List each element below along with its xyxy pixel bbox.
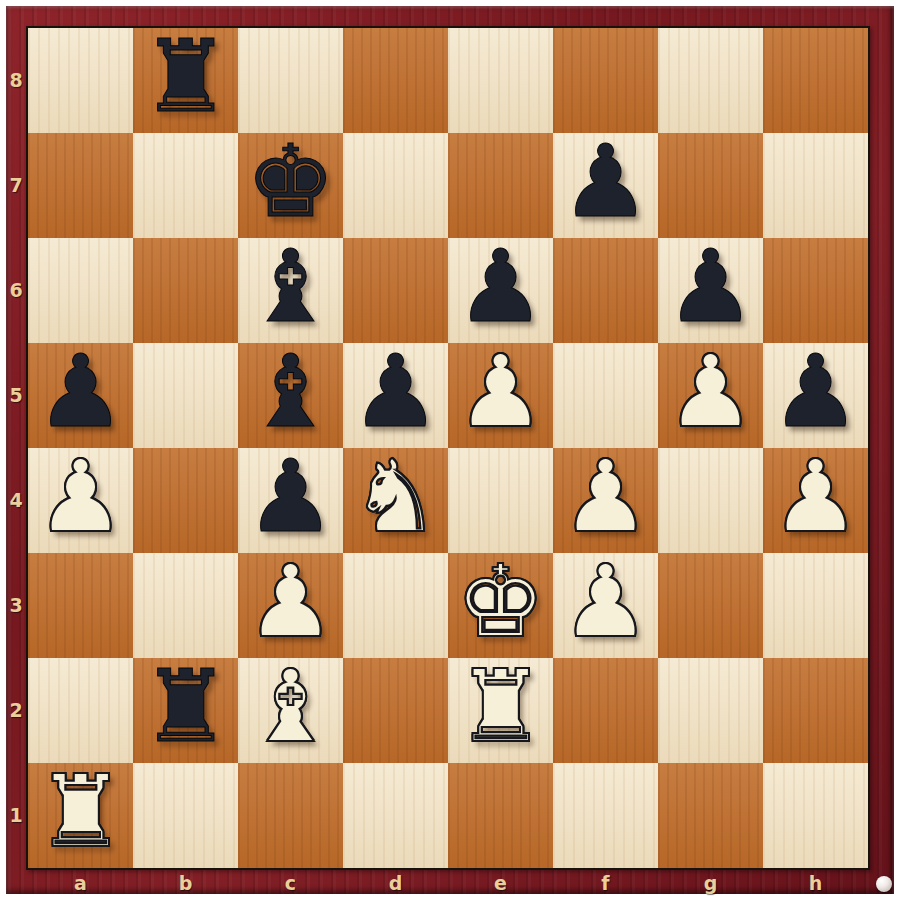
file-label-b: b	[133, 870, 238, 894]
piece-black-pawn-c4[interactable]: ♟	[246, 447, 336, 547]
file-label-f: f	[553, 870, 658, 894]
file-label-e: e	[448, 870, 553, 894]
square-b3[interactable]	[133, 553, 238, 658]
square-f1[interactable]	[553, 763, 658, 868]
square-g8[interactable]	[658, 28, 763, 133]
square-a5[interactable]: ♟	[28, 343, 133, 448]
square-c6[interactable]: ♝	[238, 238, 343, 343]
file-label-a: a	[28, 870, 133, 894]
square-c8[interactable]	[238, 28, 343, 133]
piece-black-pawn-g6[interactable]: ♟	[666, 237, 756, 337]
square-d2[interactable]	[343, 658, 448, 763]
piece-white-pawn-f4[interactable]: ♟	[561, 447, 651, 547]
piece-black-rook-b2[interactable]: ♜	[141, 657, 231, 757]
square-f6[interactable]	[553, 238, 658, 343]
square-a4[interactable]: ♟	[28, 448, 133, 553]
square-e7[interactable]	[448, 133, 553, 238]
square-b2[interactable]: ♜	[133, 658, 238, 763]
piece-black-bishop-c6[interactable]: ♝	[246, 237, 336, 337]
piece-white-rook-e2[interactable]: ♜	[456, 657, 546, 757]
square-g7[interactable]	[658, 133, 763, 238]
square-a7[interactable]	[28, 133, 133, 238]
square-h2[interactable]	[763, 658, 868, 763]
square-b6[interactable]	[133, 238, 238, 343]
square-c2[interactable]: ♝	[238, 658, 343, 763]
file-label-c: c	[238, 870, 343, 894]
square-h1[interactable]	[763, 763, 868, 868]
square-f8[interactable]	[553, 28, 658, 133]
piece-white-king-e3[interactable]: ♚	[456, 552, 546, 652]
piece-black-pawn-d5[interactable]: ♟	[351, 342, 441, 442]
square-b8[interactable]: ♜	[133, 28, 238, 133]
square-e4[interactable]	[448, 448, 553, 553]
square-f3[interactable]: ♟	[553, 553, 658, 658]
square-d4[interactable]: ♞	[343, 448, 448, 553]
square-d3[interactable]	[343, 553, 448, 658]
square-h6[interactable]	[763, 238, 868, 343]
piece-white-rook-a1[interactable]: ♜	[36, 762, 126, 862]
square-h4[interactable]: ♟	[763, 448, 868, 553]
piece-black-pawn-f7[interactable]: ♟	[561, 132, 651, 232]
rank-label-3: 3	[6, 553, 26, 658]
square-g5[interactable]: ♟	[658, 343, 763, 448]
piece-white-pawn-f3[interactable]: ♟	[561, 552, 651, 652]
square-d7[interactable]	[343, 133, 448, 238]
square-f2[interactable]	[553, 658, 658, 763]
square-b5[interactable]	[133, 343, 238, 448]
square-g4[interactable]	[658, 448, 763, 553]
rank-labels: 87654321	[6, 28, 26, 868]
piece-white-pawn-c3[interactable]: ♟	[246, 552, 336, 652]
square-c3[interactable]: ♟	[238, 553, 343, 658]
square-a2[interactable]	[28, 658, 133, 763]
rank-label-7: 7	[6, 133, 26, 238]
piece-white-pawn-g5[interactable]: ♟	[666, 342, 756, 442]
square-b7[interactable]	[133, 133, 238, 238]
square-c4[interactable]: ♟	[238, 448, 343, 553]
piece-white-knight-d4[interactable]: ♞	[351, 447, 441, 547]
square-d5[interactable]: ♟	[343, 343, 448, 448]
square-e3[interactable]: ♚	[448, 553, 553, 658]
file-labels: abcdefgh	[28, 870, 868, 894]
square-e1[interactable]	[448, 763, 553, 868]
piece-white-pawn-a4[interactable]: ♟	[36, 447, 126, 547]
file-label-h: h	[763, 870, 868, 894]
square-e2[interactable]: ♜	[448, 658, 553, 763]
piece-black-king-c7[interactable]: ♚	[246, 132, 336, 232]
chess-diagram-page: ♜♚♟♝♟♟♟♝♟♟♟♟♟♟♞♟♟♟♚♟♜♝♜♜ 87654321 abcdef…	[0, 0, 900, 900]
square-b1[interactable]	[133, 763, 238, 868]
piece-black-pawn-e6[interactable]: ♟	[456, 237, 546, 337]
piece-black-bishop-c5[interactable]: ♝	[246, 342, 336, 442]
square-c1[interactable]	[238, 763, 343, 868]
rank-label-8: 8	[6, 28, 26, 133]
square-g2[interactable]	[658, 658, 763, 763]
file-label-d: d	[343, 870, 448, 894]
piece-white-pawn-e5[interactable]: ♟	[456, 342, 546, 442]
board-frame: ♜♚♟♝♟♟♟♝♟♟♟♟♟♟♞♟♟♟♚♟♜♝♜♜ 87654321 abcdef…	[6, 6, 894, 894]
square-a8[interactable]	[28, 28, 133, 133]
square-d8[interactable]	[343, 28, 448, 133]
rank-label-1: 1	[6, 763, 26, 868]
square-c5[interactable]: ♝	[238, 343, 343, 448]
square-f7[interactable]: ♟	[553, 133, 658, 238]
piece-black-pawn-h5[interactable]: ♟	[771, 342, 861, 442]
square-c7[interactable]: ♚	[238, 133, 343, 238]
piece-black-rook-b8[interactable]: ♜	[141, 27, 231, 127]
square-b4[interactable]	[133, 448, 238, 553]
square-e5[interactable]: ♟	[448, 343, 553, 448]
chess-board: ♜♚♟♝♟♟♟♝♟♟♟♟♟♟♞♟♟♟♚♟♜♝♜♜	[26, 26, 870, 870]
square-f4[interactable]: ♟	[553, 448, 658, 553]
rank-label-6: 6	[6, 238, 26, 343]
piece-white-pawn-h4[interactable]: ♟	[771, 447, 861, 547]
rank-label-2: 2	[6, 658, 26, 763]
square-f5[interactable]	[553, 343, 658, 448]
file-label-g: g	[658, 870, 763, 894]
square-h7[interactable]	[763, 133, 868, 238]
square-e6[interactable]: ♟	[448, 238, 553, 343]
square-a3[interactable]	[28, 553, 133, 658]
piece-black-pawn-a5[interactable]: ♟	[36, 342, 126, 442]
square-d6[interactable]	[343, 238, 448, 343]
white-to-move-indicator	[876, 876, 892, 892]
square-e8[interactable]	[448, 28, 553, 133]
square-d1[interactable]	[343, 763, 448, 868]
square-h5[interactable]: ♟	[763, 343, 868, 448]
rank-label-4: 4	[6, 448, 26, 553]
square-g3[interactable]	[658, 553, 763, 658]
square-h3[interactable]	[763, 553, 868, 658]
square-a1[interactable]: ♜	[28, 763, 133, 868]
square-h8[interactable]	[763, 28, 868, 133]
square-g6[interactable]: ♟	[658, 238, 763, 343]
square-g1[interactable]	[658, 763, 763, 868]
piece-white-bishop-c2[interactable]: ♝	[246, 657, 336, 757]
square-a6[interactable]	[28, 238, 133, 343]
rank-label-5: 5	[6, 343, 26, 448]
